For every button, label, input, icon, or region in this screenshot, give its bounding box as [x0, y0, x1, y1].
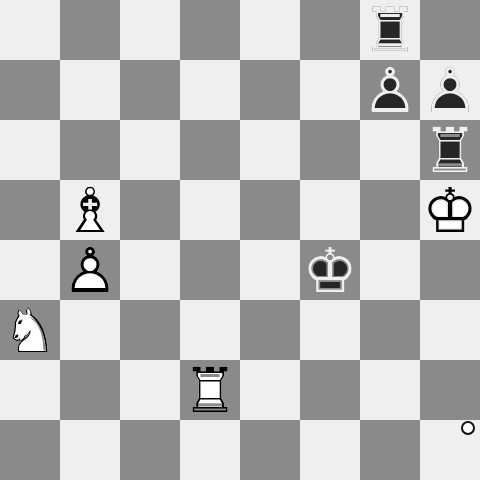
square-c3[interactable]: [120, 300, 180, 360]
square-g2[interactable]: [360, 360, 420, 420]
piece-outline-glyph: ♙: [62, 240, 118, 302]
square-h8[interactable]: [420, 0, 480, 60]
square-d2[interactable]: ♜♖: [180, 360, 240, 420]
square-c2[interactable]: [120, 360, 180, 420]
square-g5[interactable]: [360, 180, 420, 240]
square-c8[interactable]: [120, 0, 180, 60]
square-b7[interactable]: [60, 60, 120, 120]
square-f5[interactable]: [300, 180, 360, 240]
square-g7[interactable]: ♟♙: [360, 60, 420, 120]
square-c7[interactable]: [120, 60, 180, 120]
square-b5[interactable]: ♝♗: [60, 180, 120, 240]
square-a5[interactable]: [0, 180, 60, 240]
square-e4[interactable]: [240, 240, 300, 300]
square-e7[interactable]: [240, 60, 300, 120]
square-g6[interactable]: [360, 120, 420, 180]
piece-outline-glyph: ♔: [302, 240, 358, 302]
square-a6[interactable]: [0, 120, 60, 180]
square-e5[interactable]: [240, 180, 300, 240]
square-h4[interactable]: [420, 240, 480, 300]
square-b8[interactable]: [60, 0, 120, 60]
square-a2[interactable]: [0, 360, 60, 420]
chess-board-area: ♜♖♟♙♟♙♜♖♝♗♚♔♟♙♚♔♞♘♜♖: [0, 0, 480, 480]
piece-outline-glyph: ♖: [362, 0, 418, 62]
square-a7[interactable]: [0, 60, 60, 120]
square-c1[interactable]: [120, 420, 180, 480]
square-b3[interactable]: [60, 300, 120, 360]
square-h2[interactable]: [420, 360, 480, 420]
square-b4[interactable]: ♟♙: [60, 240, 120, 300]
black-pawn-piece[interactable]: ♟♙: [420, 60, 480, 120]
square-e3[interactable]: [240, 300, 300, 360]
square-f8[interactable]: [300, 0, 360, 60]
black-pawn-piece[interactable]: ♟♙: [360, 60, 420, 120]
square-f7[interactable]: [300, 60, 360, 120]
piece-outline-glyph: ♖: [422, 120, 478, 182]
square-e1[interactable]: [240, 420, 300, 480]
square-b1[interactable]: [60, 420, 120, 480]
square-h3[interactable]: [420, 300, 480, 360]
square-e2[interactable]: [240, 360, 300, 420]
square-f6[interactable]: [300, 120, 360, 180]
white-knight-piece[interactable]: ♞♘: [0, 300, 60, 360]
chess-board: ♜♖♟♙♟♙♜♖♝♗♚♔♟♙♚♔♞♘♜♖: [0, 0, 480, 480]
square-h6[interactable]: ♜♖: [420, 120, 480, 180]
piece-outline-glyph: ♘: [2, 300, 58, 362]
piece-outline-glyph: ♔: [422, 180, 478, 242]
white-pawn-piece[interactable]: ♟♙: [60, 240, 120, 300]
square-e6[interactable]: [240, 120, 300, 180]
white-king-piece[interactable]: ♚♔: [420, 180, 480, 240]
square-d1[interactable]: [180, 420, 240, 480]
square-g8[interactable]: ♜♖: [360, 0, 420, 60]
white-to-move-indicator: [461, 421, 475, 435]
square-e8[interactable]: [240, 0, 300, 60]
piece-outline-glyph: ♖: [182, 360, 238, 422]
square-a3[interactable]: ♞♘: [0, 300, 60, 360]
square-f4[interactable]: ♚♔: [300, 240, 360, 300]
piece-outline-glyph: ♙: [362, 60, 418, 122]
white-bishop-piece[interactable]: ♝♗: [60, 180, 120, 240]
square-c6[interactable]: [120, 120, 180, 180]
black-king-piece[interactable]: ♚♔: [300, 240, 360, 300]
square-d6[interactable]: [180, 120, 240, 180]
white-rook-piece[interactable]: ♜♖: [180, 360, 240, 420]
square-c4[interactable]: [120, 240, 180, 300]
square-d7[interactable]: [180, 60, 240, 120]
square-d3[interactable]: [180, 300, 240, 360]
square-d5[interactable]: [180, 180, 240, 240]
square-g1[interactable]: [360, 420, 420, 480]
square-d4[interactable]: [180, 240, 240, 300]
piece-outline-glyph: ♗: [62, 180, 118, 242]
square-g4[interactable]: [360, 240, 420, 300]
square-f1[interactable]: [300, 420, 360, 480]
square-b2[interactable]: [60, 360, 120, 420]
piece-outline-glyph: ♙: [422, 60, 478, 122]
square-g3[interactable]: [360, 300, 420, 360]
square-h7[interactable]: ♟♙: [420, 60, 480, 120]
square-a8[interactable]: [0, 0, 60, 60]
square-b6[interactable]: [60, 120, 120, 180]
square-a1[interactable]: [0, 420, 60, 480]
square-h5[interactable]: ♚♔: [420, 180, 480, 240]
black-rook-piece[interactable]: ♜♖: [360, 0, 420, 60]
square-c5[interactable]: [120, 180, 180, 240]
square-d8[interactable]: [180, 0, 240, 60]
square-f2[interactable]: [300, 360, 360, 420]
square-a4[interactable]: [0, 240, 60, 300]
black-rook-piece[interactable]: ♜♖: [420, 120, 480, 180]
square-f3[interactable]: [300, 300, 360, 360]
